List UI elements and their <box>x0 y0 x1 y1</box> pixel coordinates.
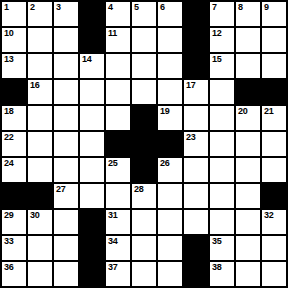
cell-r5c5[interactable] <box>106 106 130 130</box>
cell-r5c3[interactable] <box>54 106 78 130</box>
block-cell-r6c6 <box>132 132 156 156</box>
block-cell-r11c4 <box>80 262 104 286</box>
cell-r5c9[interactable] <box>210 106 234 130</box>
block-cell-r10c8 <box>184 236 208 260</box>
block-cell-r1c8 <box>184 2 208 26</box>
block-cell-r10c4 <box>80 236 104 260</box>
cell-r2c1[interactable]: 10 <box>2 28 26 52</box>
clue-number-1: 1 <box>4 2 9 13</box>
cell-r9c3[interactable] <box>54 210 78 234</box>
cell-r7c2[interactable] <box>28 158 52 182</box>
block-cell-r8c2 <box>28 184 52 208</box>
cell-r6c1[interactable]: 22 <box>2 132 26 156</box>
cell-r9c2[interactable]: 30 <box>28 210 52 234</box>
block-cell-r2c4 <box>80 28 104 52</box>
cell-r1c5[interactable]: 4 <box>106 2 130 26</box>
block-cell-r4c10 <box>236 80 260 104</box>
cell-r2c6[interactable] <box>132 28 156 52</box>
cell-r9c6[interactable] <box>132 210 156 234</box>
clue-number-6: 6 <box>160 2 165 13</box>
cell-r6c9[interactable] <box>210 132 234 156</box>
cell-r6c3[interactable] <box>54 132 78 156</box>
cell-r4c7[interactable] <box>158 80 182 104</box>
cell-r9c11[interactable]: 32 <box>262 210 286 234</box>
cell-r11c10[interactable] <box>236 262 260 286</box>
cell-r4c4[interactable] <box>80 80 104 104</box>
cell-r4c8[interactable]: 17 <box>184 80 208 104</box>
cell-r7c3[interactable] <box>54 158 78 182</box>
clue-number-11: 11 <box>108 28 117 39</box>
cell-r9c8[interactable] <box>184 210 208 234</box>
cell-r7c7[interactable]: 26 <box>158 158 182 182</box>
cell-r1c3[interactable]: 3 <box>54 2 78 26</box>
clue-number-19: 19 <box>160 106 170 117</box>
clue-number-20: 20 <box>238 106 248 117</box>
cell-r3c4[interactable]: 14 <box>80 54 104 78</box>
cell-r1c10[interactable]: 8 <box>236 2 260 26</box>
cell-r8c4[interactable] <box>80 184 104 208</box>
cell-r10c9[interactable]: 35 <box>210 236 234 260</box>
clue-number-35: 35 <box>212 236 222 247</box>
block-cell-r7c6 <box>132 158 156 182</box>
cell-r8c5[interactable] <box>106 184 130 208</box>
block-cell-r3c8 <box>184 54 208 78</box>
clue-number-37: 37 <box>108 262 118 273</box>
cell-r6c10[interactable] <box>236 132 260 156</box>
cell-r2c7[interactable] <box>158 28 182 52</box>
clue-number-36: 36 <box>4 262 14 273</box>
clue-number-8: 8 <box>238 2 243 13</box>
clue-number-26: 26 <box>160 158 170 169</box>
cell-r1c1[interactable]: 1 <box>2 2 26 26</box>
block-cell-r1c4 <box>80 2 104 26</box>
clue-number-18: 18 <box>4 106 14 117</box>
cell-r5c2[interactable] <box>28 106 52 130</box>
clue-number-29: 29 <box>4 210 14 221</box>
cell-r11c2[interactable] <box>28 262 52 286</box>
cell-r7c1[interactable]: 24 <box>2 158 26 182</box>
clue-number-23: 23 <box>186 132 196 143</box>
block-cell-r4c1 <box>2 80 26 104</box>
cell-r4c2[interactable]: 16 <box>28 80 52 104</box>
cell-r8c6[interactable]: 28 <box>132 184 156 208</box>
cell-r11c7[interactable] <box>158 262 182 286</box>
block-cell-r8c1 <box>2 184 26 208</box>
cell-r7c9[interactable] <box>210 158 234 182</box>
cell-r1c9[interactable]: 7 <box>210 2 234 26</box>
cell-r5c4[interactable] <box>80 106 104 130</box>
block-cell-r2c8 <box>184 28 208 52</box>
cell-r9c9[interactable] <box>210 210 234 234</box>
clue-number-31: 31 <box>108 210 118 221</box>
cell-r3c2[interactable] <box>28 54 52 78</box>
cell-r7c11[interactable] <box>262 158 286 182</box>
clue-number-38: 38 <box>212 262 222 273</box>
cell-r4c3[interactable] <box>54 80 78 104</box>
block-cell-r6c7 <box>158 132 182 156</box>
clue-number-13: 13 <box>4 54 14 65</box>
cell-r4c6[interactable] <box>132 80 156 104</box>
cell-r1c7[interactable]: 6 <box>158 2 182 26</box>
cell-r8c10[interactable] <box>236 184 260 208</box>
cell-r11c5[interactable]: 37 <box>106 262 130 286</box>
cell-r10c6[interactable] <box>132 236 156 260</box>
cell-r7c8[interactable] <box>184 158 208 182</box>
cell-r5c1[interactable]: 18 <box>2 106 26 130</box>
clue-number-32: 32 <box>264 210 274 221</box>
cell-r8c7[interactable] <box>158 184 182 208</box>
clue-number-16: 16 <box>30 80 40 91</box>
cell-r9c5[interactable]: 31 <box>106 210 130 234</box>
cell-r5c11[interactable]: 21 <box>262 106 286 130</box>
cell-r6c2[interactable] <box>28 132 52 156</box>
cell-r11c9[interactable]: 38 <box>210 262 234 286</box>
cell-r7c10[interactable] <box>236 158 260 182</box>
block-cell-r9c4 <box>80 210 104 234</box>
cell-r3c11[interactable] <box>262 54 286 78</box>
clue-number-3: 3 <box>56 2 61 13</box>
block-cell-r8c11 <box>262 184 286 208</box>
cell-r3c1[interactable]: 13 <box>2 54 26 78</box>
clue-number-15: 15 <box>212 54 222 65</box>
cell-r8c8[interactable] <box>184 184 208 208</box>
cell-r8c9[interactable] <box>210 184 234 208</box>
cell-r8c3[interactable]: 27 <box>54 184 78 208</box>
block-cell-r6c5 <box>106 132 130 156</box>
clue-number-9: 9 <box>264 2 269 13</box>
cell-r3c9[interactable]: 15 <box>210 54 234 78</box>
cell-r3c10[interactable] <box>236 54 260 78</box>
cell-r10c2[interactable] <box>28 236 52 260</box>
cell-r10c3[interactable] <box>54 236 78 260</box>
cell-r2c11[interactable] <box>262 28 286 52</box>
cell-r2c10[interactable] <box>236 28 260 52</box>
cell-r3c6[interactable] <box>132 54 156 78</box>
cell-r10c1[interactable]: 33 <box>2 236 26 260</box>
cell-r9c10[interactable] <box>236 210 260 234</box>
clue-number-22: 22 <box>4 132 14 143</box>
cell-r5c7[interactable]: 19 <box>158 106 182 130</box>
cell-r9c7[interactable] <box>158 210 182 234</box>
clue-number-5: 5 <box>134 2 139 13</box>
cell-r9c1[interactable]: 29 <box>2 210 26 234</box>
cell-r4c5[interactable] <box>106 80 130 104</box>
clue-number-12: 12 <box>212 28 222 39</box>
cell-r6c11[interactable] <box>262 132 286 156</box>
cell-r10c7[interactable] <box>158 236 182 260</box>
clue-number-10: 10 <box>4 28 14 39</box>
block-cell-r11c8 <box>184 262 208 286</box>
clue-number-28: 28 <box>134 184 144 195</box>
cell-r2c3[interactable] <box>54 28 78 52</box>
crossword-grid: 1234567891011121314151617181920212223242… <box>0 0 288 288</box>
block-cell-r4c11 <box>262 80 286 104</box>
clue-number-34: 34 <box>108 236 118 247</box>
cell-r1c6[interactable]: 5 <box>132 2 156 26</box>
cell-r11c11[interactable] <box>262 262 286 286</box>
cell-r5c10[interactable]: 20 <box>236 106 260 130</box>
cell-r2c9[interactable]: 12 <box>210 28 234 52</box>
clue-number-30: 30 <box>30 210 40 221</box>
clue-number-4: 4 <box>108 2 113 13</box>
cell-r3c3[interactable] <box>54 54 78 78</box>
cell-r3c5[interactable] <box>106 54 130 78</box>
cell-r11c1[interactable]: 36 <box>2 262 26 286</box>
clue-number-21: 21 <box>264 106 274 117</box>
cell-r2c2[interactable] <box>28 28 52 52</box>
cell-r10c5[interactable]: 34 <box>106 236 130 260</box>
clue-number-2: 2 <box>30 2 35 13</box>
cell-r10c10[interactable] <box>236 236 260 260</box>
clue-number-33: 33 <box>4 236 14 247</box>
clue-number-27: 27 <box>56 184 66 195</box>
cell-r11c6[interactable] <box>132 262 156 286</box>
cell-r6c8[interactable]: 23 <box>184 132 208 156</box>
crossword-puzzle: 1234567891011121314151617181920212223242… <box>0 0 288 288</box>
cell-r6c4[interactable] <box>80 132 104 156</box>
cell-r3c7[interactable] <box>158 54 182 78</box>
cell-r1c11[interactable]: 9 <box>262 2 286 26</box>
block-cell-r5c6 <box>132 106 156 130</box>
cell-r10c11[interactable] <box>262 236 286 260</box>
cell-r5c8[interactable] <box>184 106 208 130</box>
cell-r7c5[interactable]: 25 <box>106 158 130 182</box>
cell-r11c3[interactable] <box>54 262 78 286</box>
cell-r1c2[interactable]: 2 <box>28 2 52 26</box>
clue-number-14: 14 <box>82 54 92 65</box>
cell-r4c9[interactable] <box>210 80 234 104</box>
clue-number-7: 7 <box>212 2 217 13</box>
clue-number-25: 25 <box>108 158 118 169</box>
clue-number-24: 24 <box>4 158 14 169</box>
cell-r7c4[interactable] <box>80 158 104 182</box>
cell-r2c5[interactable]: 11 <box>106 28 130 52</box>
clue-number-17: 17 <box>186 80 196 91</box>
